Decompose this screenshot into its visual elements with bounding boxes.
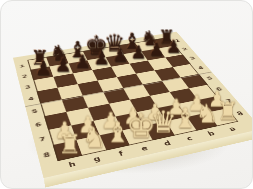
dark-pawn[interactable]: ♟ xyxy=(27,59,60,78)
light-rook[interactable]: ♜ xyxy=(49,131,90,158)
product-photo: 1♜♞♝♚♛♝♞♜12♟♟♟♟♟♟♟♟2334455667♟♟♟♟♟♟♟♟78♜… xyxy=(0,0,253,189)
